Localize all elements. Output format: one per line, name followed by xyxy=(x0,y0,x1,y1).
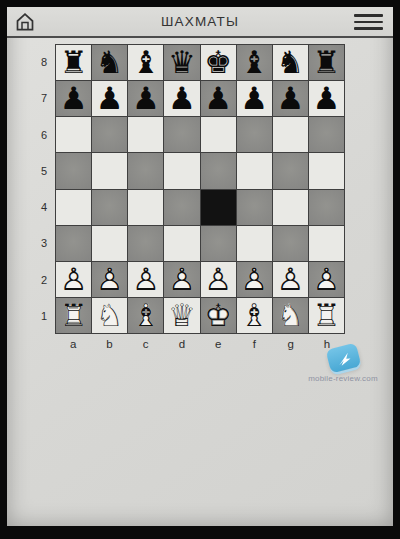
square-g3[interactable] xyxy=(273,226,308,261)
black-pawn-piece: ♟ xyxy=(96,83,124,114)
square-b4[interactable] xyxy=(92,190,127,225)
square-h5[interactable] xyxy=(309,153,344,188)
square-f6[interactable] xyxy=(237,117,272,152)
square-g5[interactable] xyxy=(273,153,308,188)
square-f1[interactable]: ♝♗ xyxy=(237,298,272,333)
square-b2[interactable]: ♟♙ xyxy=(92,262,127,297)
square-e2[interactable]: ♟♙ xyxy=(201,262,236,297)
square-c3[interactable] xyxy=(128,226,163,261)
black-bishop-piece: ♝ xyxy=(132,47,160,78)
file-label-f: f xyxy=(236,336,272,352)
square-h7[interactable]: ♟ xyxy=(309,81,344,116)
black-bishop-piece: ♝ xyxy=(240,47,268,78)
square-f2[interactable]: ♟♙ xyxy=(237,262,272,297)
square-b3[interactable] xyxy=(92,226,127,261)
rank-labels: 87654321 xyxy=(29,44,51,334)
black-pawn-piece: ♟ xyxy=(276,83,304,114)
square-e8[interactable]: ♚ xyxy=(201,45,236,80)
square-b6[interactable] xyxy=(92,117,127,152)
square-b5[interactable] xyxy=(92,153,127,188)
black-knight-piece: ♞ xyxy=(96,47,124,78)
black-pawn-piece: ♟ xyxy=(204,83,232,114)
black-king-piece: ♚ xyxy=(204,47,232,78)
square-c7[interactable]: ♟ xyxy=(128,81,163,116)
chessboard[interactable]: ♜♞♝♛♚♝♞♜♟♟♟♟♟♟♟♟♟♙♟♙♟♙♟♙♟♙♟♙♟♙♟♙♜♖♞♘♝♗♛♕… xyxy=(55,44,345,334)
square-g7[interactable]: ♟ xyxy=(273,81,308,116)
square-d4[interactable] xyxy=(164,190,199,225)
square-a3[interactable] xyxy=(56,226,91,261)
square-a2[interactable]: ♟♙ xyxy=(56,262,91,297)
square-a8[interactable]: ♜ xyxy=(56,45,91,80)
rank-label-3: 3 xyxy=(29,225,51,261)
rank-label-4: 4 xyxy=(29,189,51,225)
black-rook-piece: ♜ xyxy=(60,47,88,78)
rank-label-5: 5 xyxy=(29,153,51,189)
home-icon xyxy=(14,11,36,33)
black-pawn-piece: ♟ xyxy=(168,83,196,114)
rank-label-7: 7 xyxy=(29,80,51,116)
white-pawn-piece: ♟♙ xyxy=(204,264,232,295)
square-d5[interactable] xyxy=(164,153,199,188)
watermark-logo-icon xyxy=(325,343,361,374)
page-title: ШАХМАТЫ xyxy=(161,14,239,29)
square-a6[interactable] xyxy=(56,117,91,152)
white-king-piece: ♚♔ xyxy=(204,300,232,331)
square-c5[interactable] xyxy=(128,153,163,188)
square-d8[interactable]: ♛ xyxy=(164,45,199,80)
white-bishop-piece: ♝♗ xyxy=(132,300,160,331)
white-queen-piece: ♛♕ xyxy=(168,300,196,331)
black-pawn-piece: ♟ xyxy=(60,83,88,114)
rank-label-1: 1 xyxy=(29,298,51,334)
square-h4[interactable] xyxy=(309,190,344,225)
square-f7[interactable]: ♟ xyxy=(237,81,272,116)
file-label-c: c xyxy=(128,336,164,352)
watermark: mobile-review.com xyxy=(303,346,383,383)
square-h1[interactable]: ♜♖ xyxy=(309,298,344,333)
rank-label-8: 8 xyxy=(29,44,51,80)
square-h3[interactable] xyxy=(309,226,344,261)
square-a5[interactable] xyxy=(56,153,91,188)
home-button[interactable] xyxy=(14,11,36,33)
file-label-a: a xyxy=(55,336,91,352)
white-pawn-piece: ♟♙ xyxy=(276,264,304,295)
black-knight-piece: ♞ xyxy=(276,47,304,78)
square-e3[interactable] xyxy=(201,226,236,261)
square-d6[interactable] xyxy=(164,117,199,152)
square-d7[interactable]: ♟ xyxy=(164,81,199,116)
square-g8[interactable]: ♞ xyxy=(273,45,308,80)
white-pawn-piece: ♟♙ xyxy=(96,264,124,295)
square-h8[interactable]: ♜ xyxy=(309,45,344,80)
white-pawn-piece: ♟♙ xyxy=(240,264,268,295)
square-f3[interactable] xyxy=(237,226,272,261)
square-h6[interactable] xyxy=(309,117,344,152)
topbar: ШАХМАТЫ xyxy=(7,7,393,38)
square-e1[interactable]: ♚♔ xyxy=(201,298,236,333)
watermark-text: mobile-review.com xyxy=(303,374,383,383)
square-f5[interactable] xyxy=(237,153,272,188)
square-f8[interactable]: ♝ xyxy=(237,45,272,80)
file-label-e: e xyxy=(200,336,236,352)
black-rook-piece: ♜ xyxy=(313,47,341,78)
square-g2[interactable]: ♟♙ xyxy=(273,262,308,297)
square-g4[interactable] xyxy=(273,190,308,225)
square-b7[interactable]: ♟ xyxy=(92,81,127,116)
square-f4[interactable] xyxy=(237,190,272,225)
board-area: 87654321 ♜♞♝♛♚♝♞♜♟♟♟♟♟♟♟♟♟♙♟♙♟♙♟♙♟♙♟♙♟♙♟… xyxy=(55,44,345,334)
black-pawn-piece: ♟ xyxy=(240,83,268,114)
file-label-b: b xyxy=(91,336,127,352)
black-queen-piece: ♛ xyxy=(168,47,196,78)
square-a1[interactable]: ♜♖ xyxy=(56,298,91,333)
square-a7[interactable]: ♟ xyxy=(56,81,91,116)
square-b1[interactable]: ♞♘ xyxy=(92,298,127,333)
square-d3[interactable] xyxy=(164,226,199,261)
white-pawn-piece: ♟♙ xyxy=(60,264,88,295)
rank-label-2: 2 xyxy=(29,262,51,298)
black-pawn-piece: ♟ xyxy=(132,83,160,114)
ereader-screen: ШАХМАТЫ 87654321 ♜♞♝♛♚♝♞♜♟♟♟♟♟♟♟♟♟♙♟♙♟♙♟… xyxy=(7,7,393,526)
square-g6[interactable] xyxy=(273,117,308,152)
square-h2[interactable]: ♟♙ xyxy=(309,262,344,297)
square-g1[interactable]: ♞♘ xyxy=(273,298,308,333)
white-pawn-piece: ♟♙ xyxy=(168,264,196,295)
square-c2[interactable]: ♟♙ xyxy=(128,262,163,297)
square-c4[interactable] xyxy=(128,190,163,225)
square-e4[interactable] xyxy=(201,190,236,225)
white-rook-piece: ♜♖ xyxy=(60,300,88,331)
white-pawn-piece: ♟♙ xyxy=(313,264,341,295)
square-c6[interactable] xyxy=(128,117,163,152)
square-d1[interactable]: ♛♕ xyxy=(164,298,199,333)
file-label-d: d xyxy=(164,336,200,352)
square-e5[interactable] xyxy=(201,153,236,188)
device-photo-frame: ШАХМАТЫ 87654321 ♜♞♝♛♚♝♞♜♟♟♟♟♟♟♟♟♟♙♟♙♟♙♟… xyxy=(0,0,400,539)
rank-label-6: 6 xyxy=(29,117,51,153)
white-knight-piece: ♞♘ xyxy=(96,300,124,331)
white-rook-piece: ♜♖ xyxy=(313,300,341,331)
menu-button[interactable] xyxy=(354,14,383,30)
square-e6[interactable] xyxy=(201,117,236,152)
white-bishop-piece: ♝♗ xyxy=(240,300,268,331)
square-a4[interactable] xyxy=(56,190,91,225)
black-pawn-piece: ♟ xyxy=(313,83,341,114)
white-pawn-piece: ♟♙ xyxy=(132,264,160,295)
square-b8[interactable]: ♞ xyxy=(92,45,127,80)
square-e7[interactable]: ♟ xyxy=(201,81,236,116)
file-labels: abcdefgh xyxy=(55,336,345,352)
square-c8[interactable]: ♝ xyxy=(128,45,163,80)
square-c1[interactable]: ♝♗ xyxy=(128,298,163,333)
white-knight-piece: ♞♘ xyxy=(276,300,304,331)
square-d2[interactable]: ♟♙ xyxy=(164,262,199,297)
